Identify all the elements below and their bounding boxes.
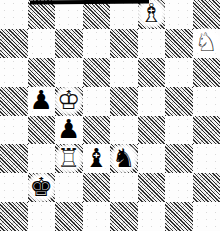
chess-board: ♗♘♟♔♟♖♝♞♚ (0, 0, 220, 231)
piece-white-knight-h7: ♘ (192, 28, 220, 58)
square-h3[interactable] (193, 144, 221, 173)
square-g6[interactable] (165, 58, 193, 87)
square-a6[interactable] (0, 58, 28, 87)
square-b1[interactable] (28, 202, 56, 231)
square-c2[interactable] (55, 173, 83, 202)
square-c6[interactable] (55, 58, 83, 87)
square-h8[interactable] (193, 0, 221, 29)
square-f8[interactable]: ♗ (138, 0, 166, 29)
square-g8[interactable] (165, 0, 193, 29)
square-f7[interactable] (138, 29, 166, 58)
piece-black-pawn-b5: ♟ (27, 85, 56, 115)
square-b2[interactable]: ♚ (28, 173, 56, 202)
square-d6[interactable] (83, 58, 111, 87)
square-d4[interactable] (83, 116, 111, 145)
square-e4[interactable] (110, 116, 138, 145)
square-f4[interactable] (138, 116, 166, 145)
square-h2[interactable] (193, 173, 221, 202)
piece-black-knight-e3: ♞ (109, 143, 138, 173)
square-e8[interactable] (110, 0, 138, 29)
square-f2[interactable] (138, 173, 166, 202)
piece-black-bishop-d3: ♝ (82, 143, 111, 173)
square-b5[interactable]: ♟ (28, 87, 56, 116)
square-b6[interactable] (28, 58, 56, 87)
square-h1[interactable] (193, 202, 221, 231)
square-d3[interactable]: ♝ (83, 144, 111, 173)
square-a1[interactable] (0, 202, 28, 231)
square-a3[interactable] (0, 144, 28, 173)
square-e7[interactable] (110, 29, 138, 58)
square-c5[interactable]: ♔ (55, 87, 83, 116)
piece-white-king-c5: ♔ (54, 85, 83, 115)
square-f6[interactable] (138, 58, 166, 87)
square-e5[interactable] (110, 87, 138, 116)
square-f3[interactable] (138, 144, 166, 173)
piece-white-rook-c3: ♖ (54, 143, 83, 173)
square-c1[interactable] (55, 202, 83, 231)
square-d5[interactable] (83, 87, 111, 116)
square-d1[interactable] (83, 202, 111, 231)
square-e2[interactable] (110, 173, 138, 202)
square-b4[interactable] (28, 116, 56, 145)
square-a8[interactable] (0, 0, 28, 29)
square-g3[interactable] (165, 144, 193, 173)
piece-white-bishop-f8: ♗ (137, 0, 166, 29)
square-a2[interactable] (0, 173, 28, 202)
square-c7[interactable] (55, 29, 83, 58)
piece-black-king-b2: ♚ (27, 172, 56, 202)
square-d7[interactable] (83, 29, 111, 58)
square-h5[interactable] (193, 87, 221, 116)
square-h4[interactable] (193, 116, 221, 145)
square-e3[interactable]: ♞ (110, 144, 138, 173)
square-f1[interactable] (138, 202, 166, 231)
square-a7[interactable] (0, 29, 28, 58)
square-e6[interactable] (110, 58, 138, 87)
square-d8[interactable] (83, 0, 111, 29)
square-a5[interactable] (0, 87, 28, 116)
square-c3[interactable]: ♖ (55, 144, 83, 173)
square-g4[interactable] (165, 116, 193, 145)
square-b3[interactable] (28, 144, 56, 173)
square-c4[interactable]: ♟ (55, 116, 83, 145)
square-f5[interactable] (138, 87, 166, 116)
square-h7[interactable]: ♘ (193, 29, 221, 58)
square-g7[interactable] (165, 29, 193, 58)
chess-diagram: ♗♘♟♔♟♖♝♞♚ (0, 0, 220, 231)
square-h6[interactable] (193, 58, 221, 87)
square-g1[interactable] (165, 202, 193, 231)
square-e1[interactable] (110, 202, 138, 231)
square-d2[interactable] (83, 173, 111, 202)
square-a4[interactable] (0, 116, 28, 145)
square-b7[interactable] (28, 29, 56, 58)
piece-black-pawn-c4: ♟ (54, 114, 83, 144)
square-g5[interactable] (165, 87, 193, 116)
square-g2[interactable] (165, 173, 193, 202)
square-c8[interactable] (55, 0, 83, 29)
